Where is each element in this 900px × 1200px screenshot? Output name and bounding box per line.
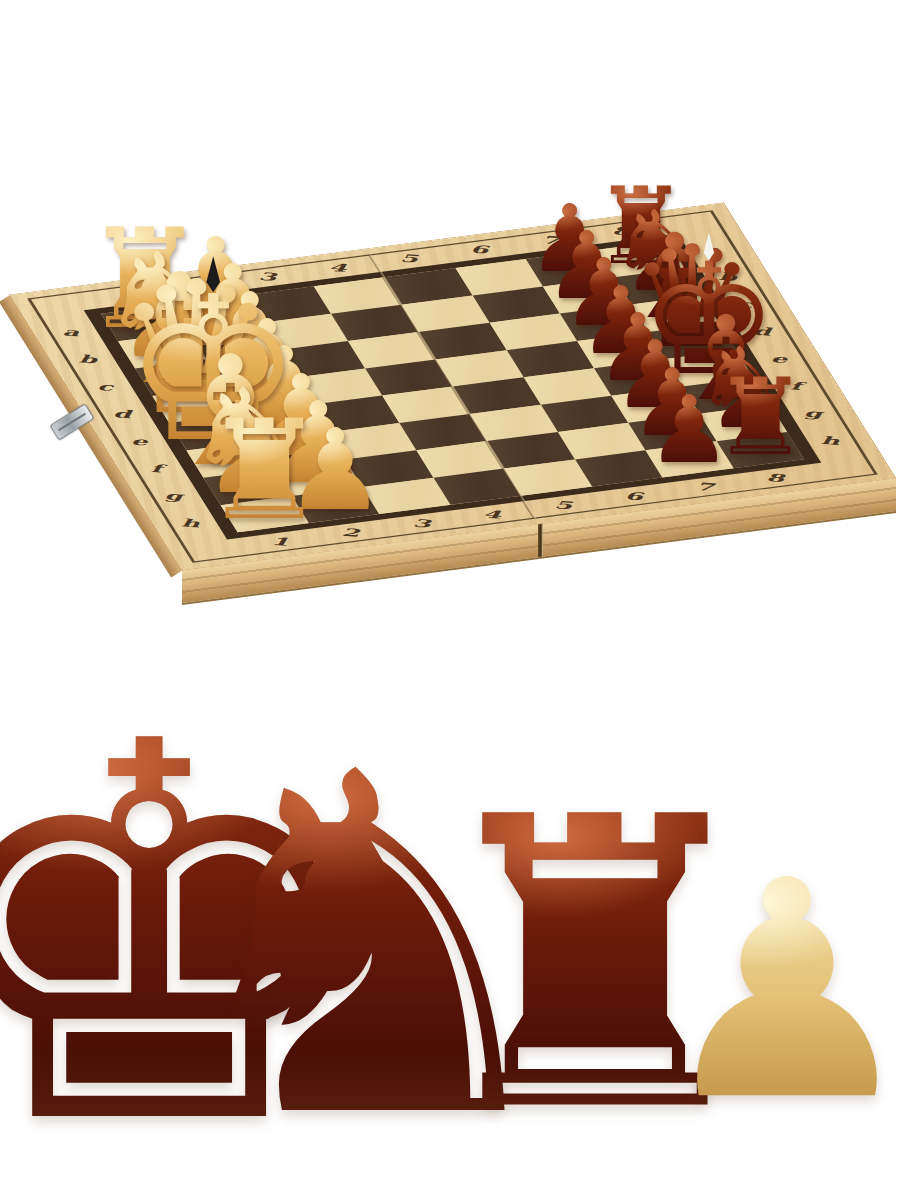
chessboard-scene: aa11bb22cc33dd44ee55ff66gg77hh88 ♜♞♝♛♚♝♞… [0, 0, 900, 700]
showcase-piece-light-pawn: ♟ [653, 842, 900, 1142]
product-photo-page: aa11bb22cc33dd44ee55ff66gg77hh88 ♜♞♝♛♚♝♞… [0, 0, 900, 1200]
fold-seam-notch [538, 522, 543, 557]
showcase-pieces: ♚♞♜♟ [0, 600, 900, 1200]
